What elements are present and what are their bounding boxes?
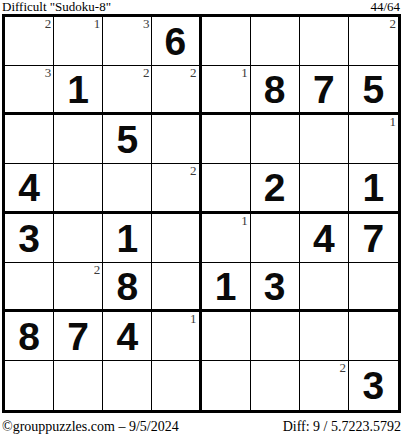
cell-r4c8: 1: [349, 164, 398, 213]
cell-r2c5: 1: [202, 66, 251, 115]
corner-pencil-mark: 1: [190, 312, 197, 326]
corner-pencil-mark: 1: [94, 17, 101, 31]
cell-r6c5: 1: [202, 263, 251, 312]
given-digit: 3: [264, 266, 286, 306]
given-digit: 3: [363, 365, 385, 405]
cell-r1c8: 2: [349, 17, 398, 66]
corner-pencil-mark: 2: [190, 164, 197, 178]
cell-r6c2: 2: [54, 263, 103, 312]
cell-r4c2: [54, 164, 103, 213]
cell-r5c7: 4: [300, 214, 349, 263]
cell-r7c7: [300, 312, 349, 361]
corner-pencil-mark: 2: [339, 361, 346, 375]
corner-pencil-mark: 1: [241, 214, 248, 228]
cell-r8c1: [5, 361, 54, 410]
sudoku-board: 2136231221875514221311472813874123: [2, 14, 401, 413]
cell-r6c4: [152, 263, 201, 312]
cell-r2c4: 2: [152, 66, 201, 115]
given-digit: 5: [363, 69, 385, 109]
given-digit: 4: [313, 218, 335, 258]
cell-r1c7: [300, 17, 349, 66]
corner-pencil-mark: 2: [45, 17, 52, 31]
cell-r7c8: [349, 312, 398, 361]
given-digit: 1: [67, 69, 89, 109]
given-digit: 8: [264, 69, 286, 109]
cell-r2c8: 5: [349, 66, 398, 115]
cell-r5c4: [152, 214, 201, 263]
cell-r4c7: [300, 164, 349, 213]
cell-r4c5: [202, 164, 251, 213]
corner-pencil-mark: 3: [143, 17, 150, 31]
cell-r3c1: [5, 115, 54, 164]
given-digit: 1: [363, 167, 385, 207]
cell-r1c4: 6: [152, 17, 201, 66]
corner-pencil-mark: 2: [190, 66, 197, 80]
given-digit: 4: [116, 316, 138, 356]
given-digit: 3: [18, 218, 40, 258]
cell-r3c2: [54, 115, 103, 164]
cell-r1c6: [251, 17, 300, 66]
given-digit: 7: [313, 69, 335, 109]
given-digit: 1: [215, 266, 237, 306]
given-digit: 8: [18, 316, 40, 356]
corner-pencil-mark: 2: [143, 66, 150, 80]
copyright-date: ©grouppuzzles.com – 9/5/2024: [2, 419, 179, 434]
cell-r8c6: [251, 361, 300, 410]
header: Difficult "Sudoku-8" 44/64: [2, 0, 400, 14]
footer: ©grouppuzzles.com – 9/5/2024 Diff: 9 / 5…: [2, 419, 401, 434]
given-digit: 2: [264, 167, 286, 207]
cell-r8c5: [202, 361, 251, 410]
cell-r5c2: [54, 214, 103, 263]
cell-r2c6: 8: [251, 66, 300, 115]
cell-r4c1: 4: [5, 164, 54, 213]
cell-r5c8: 7: [349, 214, 398, 263]
given-digit: 7: [67, 316, 89, 356]
cell-r7c2: 7: [54, 312, 103, 361]
cell-r1c5: [202, 17, 251, 66]
given-digit: 6: [165, 21, 187, 61]
cell-r6c3: 8: [103, 263, 152, 312]
cell-r8c3: [103, 361, 152, 410]
cell-r8c7: 2: [300, 361, 349, 410]
difficulty-label: Diff: 9 / 5.7223.5792: [283, 419, 401, 434]
cell-r6c6: 3: [251, 263, 300, 312]
cell-r7c4: 1: [152, 312, 201, 361]
cell-r2c3: 2: [103, 66, 152, 115]
cell-r8c4: [152, 361, 201, 410]
cell-r6c1: [5, 263, 54, 312]
cell-r3c4: [152, 115, 201, 164]
given-digit: 4: [18, 167, 40, 207]
cell-r2c2: 1: [54, 66, 103, 115]
cell-r5c5: 1: [202, 214, 251, 263]
cell-r7c3: 4: [103, 312, 152, 361]
cell-r2c7: 7: [300, 66, 349, 115]
cell-r8c2: [54, 361, 103, 410]
cell-r4c4: 2: [152, 164, 201, 213]
corner-pencil-mark: 2: [94, 263, 101, 277]
cell-r5c1: 3: [5, 214, 54, 263]
corner-pencil-mark: 1: [390, 115, 397, 129]
corner-pencil-mark: 1: [241, 66, 248, 80]
puzzle-page: Difficult "Sudoku-8" 44/64 2136231221875…: [0, 0, 403, 437]
cell-r5c3: 1: [103, 214, 152, 263]
given-digit: 1: [116, 218, 138, 258]
corner-pencil-mark: 2: [390, 17, 397, 31]
cell-r6c8: [349, 263, 398, 312]
cell-r3c5: [202, 115, 251, 164]
given-digit: 8: [116, 266, 138, 306]
empty-cell-counter: 44/64: [370, 0, 400, 14]
cell-r3c6: [251, 115, 300, 164]
cell-r7c5: [202, 312, 251, 361]
cell-r2c1: 3: [5, 66, 54, 115]
cell-r4c6: 2: [251, 164, 300, 213]
cell-r6c7: [300, 263, 349, 312]
cell-r3c3: 5: [103, 115, 152, 164]
cell-r7c6: [251, 312, 300, 361]
cell-r1c2: 1: [54, 17, 103, 66]
cell-r3c7: [300, 115, 349, 164]
cell-r1c1: 2: [5, 17, 54, 66]
given-digit: 5: [116, 119, 138, 159]
cell-r5c6: [251, 214, 300, 263]
corner-pencil-mark: 3: [45, 66, 52, 80]
cell-r3c8: 1: [349, 115, 398, 164]
cell-r4c3: [103, 164, 152, 213]
cell-r1c3: 3: [103, 17, 152, 66]
given-digit: 7: [363, 218, 385, 258]
cell-r8c8: 3: [349, 361, 398, 410]
cell-r7c1: 8: [5, 312, 54, 361]
page-title: Difficult "Sudoku-8": [2, 0, 111, 14]
